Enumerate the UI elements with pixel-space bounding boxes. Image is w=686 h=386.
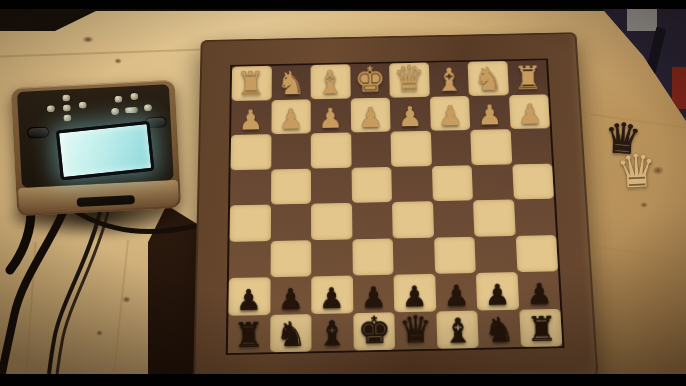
piece-white-knight[interactable]: ♞ — [468, 62, 508, 95]
device-button-minus[interactable] — [124, 106, 139, 115]
piece-white-queen[interactable]: ♛ — [389, 61, 429, 97]
square-a1[interactable]: ♜ — [507, 60, 548, 95]
square-c6[interactable] — [434, 236, 476, 273]
square-e6[interactable] — [352, 238, 394, 275]
square-a5[interactable] — [513, 199, 556, 236]
chessboard-area: ♜♞♝♚♛♝♞♜♟♟♟♟♟♟♟♟♟♟♟♟♟♟♟♟♜♞♝♚♛♝♞♜ — [193, 3, 591, 386]
square-a8[interactable]: ♜ — [519, 308, 563, 347]
video-frame: ♜♞♝♚♛♝♞♜♟♟♟♟♟♟♟♟♟♟♟♟♟♟♟♟♜♞♝♚♛♝♞♜ ♛ ♛ — [0, 0, 686, 386]
piece-white-pawn[interactable]: ♟ — [430, 102, 470, 130]
device-button-left[interactable] — [46, 104, 56, 114]
device-button-center[interactable] — [62, 103, 72, 113]
device-button-up[interactable] — [61, 93, 71, 103]
device-lcd-screen — [56, 121, 155, 181]
square-d4[interactable] — [391, 166, 432, 202]
piece-black-pawn[interactable]: ♟ — [352, 283, 394, 313]
piece-black-pawn[interactable]: ♟ — [435, 281, 477, 311]
device-button-top-1[interactable] — [113, 95, 123, 105]
piece-black-pawn[interactable]: ♟ — [311, 283, 353, 313]
piece-black-queen[interactable]: ♛ — [394, 311, 437, 349]
square-f5[interactable] — [311, 203, 352, 240]
square-h8[interactable]: ♜ — [228, 314, 270, 353]
square-h4[interactable] — [230, 169, 271, 205]
square-g5[interactable] — [270, 204, 311, 241]
square-g2[interactable]: ♟ — [271, 99, 311, 134]
square-a7[interactable]: ♟ — [517, 271, 560, 309]
device-front-panel — [17, 84, 174, 188]
piece-black-king[interactable]: ♚ — [353, 312, 396, 350]
square-g4[interactable] — [271, 168, 311, 204]
square-c7[interactable]: ♟ — [435, 273, 478, 311]
square-c5[interactable] — [432, 200, 474, 237]
square-f4[interactable] — [311, 167, 352, 203]
piece-black-rook[interactable]: ♜ — [227, 318, 269, 353]
piece-white-rook[interactable]: ♜ — [508, 61, 548, 94]
square-e7[interactable]: ♟ — [352, 275, 394, 313]
piece-black-pawn[interactable]: ♟ — [477, 280, 519, 310]
square-e8[interactable]: ♚ — [353, 312, 395, 351]
square-c8[interactable]: ♝ — [436, 310, 479, 349]
square-d8[interactable]: ♛ — [394, 311, 437, 350]
square-h1[interactable]: ♜ — [232, 66, 272, 101]
square-d2[interactable]: ♟ — [390, 96, 431, 131]
piece-white-knight[interactable]: ♞ — [271, 66, 311, 99]
wood-knot — [640, 202, 648, 208]
piece-white-bishop[interactable]: ♝ — [429, 63, 469, 96]
device-button-top-2[interactable] — [129, 92, 139, 102]
square-a6[interactable] — [515, 235, 558, 272]
square-d7[interactable]: ♟ — [394, 274, 436, 312]
chess-computer — [11, 80, 181, 216]
square-g3[interactable] — [271, 133, 311, 169]
piece-black-pawn[interactable]: ♟ — [394, 282, 436, 312]
square-a3[interactable] — [510, 128, 552, 164]
piece-black-rook[interactable]: ♜ — [520, 311, 562, 346]
piece-white-pawn[interactable]: ♟ — [390, 103, 430, 131]
square-h2[interactable]: ♟ — [231, 100, 271, 135]
square-f8[interactable]: ♝ — [311, 313, 353, 352]
background-object-red — [672, 67, 686, 109]
piece-white-bishop[interactable]: ♝ — [310, 65, 350, 98]
piece-white-pawn[interactable]: ♟ — [509, 100, 549, 128]
wood-knot — [82, 36, 94, 43]
square-e4[interactable] — [351, 167, 392, 203]
square-d3[interactable] — [391, 131, 432, 167]
piece-white-pawn[interactable]: ♟ — [470, 101, 510, 129]
square-b1[interactable]: ♞ — [468, 61, 509, 96]
square-f1[interactable]: ♝ — [311, 64, 351, 99]
square-c4[interactable] — [431, 165, 473, 201]
letterbox-bottom — [0, 374, 686, 386]
square-h6[interactable] — [229, 241, 270, 278]
square-a2[interactable]: ♟ — [508, 94, 550, 129]
chessboard: ♜♞♝♚♛♝♞♜♟♟♟♟♟♟♟♟♟♟♟♟♟♟♟♟♜♞♝♚♛♝♞♜ — [193, 32, 598, 385]
square-h3[interactable] — [231, 134, 271, 170]
square-f2[interactable]: ♟ — [311, 98, 351, 133]
piece-white-pawn[interactable]: ♟ — [231, 106, 271, 134]
square-g1[interactable]: ♞ — [271, 65, 311, 100]
square-f7[interactable]: ♟ — [311, 276, 353, 314]
device-button-down[interactable] — [62, 113, 72, 123]
piece-black-pawn[interactable]: ♟ — [269, 284, 311, 314]
piece-black-pawn[interactable]: ♟ — [228, 285, 270, 315]
square-f3[interactable] — [311, 132, 351, 168]
piece-white-pawn[interactable]: ♟ — [270, 105, 310, 133]
square-c2[interactable]: ♟ — [429, 96, 470, 131]
device-button-oval-left[interactable] — [27, 126, 50, 138]
wood-knot — [114, 58, 122, 64]
square-c1[interactable]: ♝ — [428, 62, 469, 97]
device-connector-slot — [77, 195, 135, 207]
square-h5[interactable] — [229, 205, 270, 242]
square-e5[interactable] — [352, 202, 393, 239]
spare-white-queen[interactable]: ♛ — [615, 147, 659, 195]
square-d1[interactable]: ♛ — [389, 63, 429, 98]
device-button-right[interactable] — [78, 100, 88, 110]
piece-black-bishop[interactable]: ♝ — [311, 316, 353, 351]
square-b8[interactable]: ♞ — [477, 309, 520, 348]
square-a4[interactable] — [512, 163, 554, 199]
square-c3[interactable] — [430, 130, 471, 166]
square-g7[interactable]: ♟ — [270, 276, 311, 314]
device-button-2[interactable] — [143, 103, 153, 113]
square-b2[interactable]: ♟ — [469, 95, 510, 130]
piece-black-knight[interactable]: ♞ — [269, 317, 311, 352]
square-e2[interactable]: ♟ — [350, 97, 390, 132]
piece-white-pawn[interactable]: ♟ — [350, 104, 390, 132]
square-e1[interactable]: ♚ — [350, 63, 390, 98]
square-d6[interactable] — [393, 237, 435, 274]
piece-white-rook[interactable]: ♜ — [231, 67, 271, 100]
square-h7[interactable]: ♟ — [228, 277, 270, 315]
letterbox-top — [0, 0, 686, 9]
square-b5[interactable] — [473, 199, 515, 236]
square-d5[interactable] — [392, 201, 434, 238]
piece-black-pawn[interactable]: ♟ — [518, 279, 560, 309]
board-grid: ♜♞♝♚♛♝♞♜♟♟♟♟♟♟♟♟♟♟♟♟♟♟♟♟♜♞♝♚♛♝♞♜ — [228, 60, 563, 353]
square-b3[interactable] — [470, 129, 512, 165]
piece-white-pawn[interactable]: ♟ — [310, 104, 350, 132]
square-b4[interactable] — [472, 164, 514, 200]
background-object — [627, 9, 657, 31]
piece-white-king[interactable]: ♚ — [350, 62, 390, 98]
piece-black-knight[interactable]: ♞ — [478, 312, 520, 347]
lcd-text — [61, 126, 149, 175]
square-f6[interactable] — [311, 239, 352, 276]
square-e3[interactable] — [351, 132, 392, 168]
square-g6[interactable] — [270, 240, 311, 277]
square-b6[interactable] — [474, 235, 517, 272]
piece-black-bishop[interactable]: ♝ — [436, 313, 478, 348]
square-g8[interactable]: ♞ — [270, 314, 312, 353]
square-b7[interactable]: ♟ — [476, 272, 519, 310]
device-button-1[interactable] — [110, 107, 120, 117]
